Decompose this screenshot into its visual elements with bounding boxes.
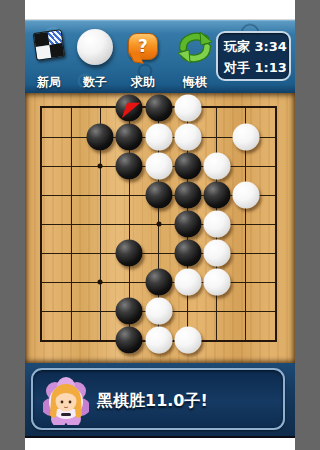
black-stone <box>174 240 201 267</box>
app-screen: 新局 数子 ? 求助 悔棋 玩家 3:34 <box>25 0 295 450</box>
white-stone <box>174 95 201 122</box>
ask-help-label: 求助 <box>121 74 165 91</box>
count-stones-button[interactable]: 数子 <box>73 29 117 91</box>
undo-move-label: 悔棋 <box>173 74 217 91</box>
undo-move-button[interactable]: 悔棋 <box>173 29 217 91</box>
clock-panel: 玩家 3:34 对手 1:13 <box>216 31 291 81</box>
black-stone <box>174 153 201 180</box>
player-time: 3:34 <box>255 39 287 54</box>
star-point <box>98 280 103 285</box>
grid-line-h <box>42 253 275 254</box>
go-board[interactable] <box>25 93 295 363</box>
black-stone <box>203 182 230 209</box>
ask-help-button[interactable]: ? 求助 <box>121 29 165 91</box>
undo-arrows-icon <box>176 29 214 65</box>
opponent-time: 1:13 <box>255 60 287 75</box>
new-game-label: 新局 <box>27 74 71 91</box>
bottom-strip <box>25 436 295 450</box>
question-bubble-icon: ? <box>128 33 158 60</box>
white-stone <box>145 124 172 151</box>
black-stone <box>116 327 143 354</box>
black-stone <box>174 182 201 209</box>
black-stone <box>174 211 201 238</box>
white-stone <box>232 124 259 151</box>
black-stone <box>116 95 143 122</box>
opponent-clock: 对手 1:13 <box>224 57 289 78</box>
white-stone <box>203 153 230 180</box>
white-stone-icon <box>77 29 113 65</box>
bottom-bar: 黑棋胜11.0子! <box>25 363 295 436</box>
white-stone <box>174 269 201 296</box>
princess-avatar <box>43 377 89 425</box>
last-move-marker <box>116 95 143 122</box>
black-stone <box>116 298 143 325</box>
checker-quadrant <box>49 43 64 58</box>
black-stone <box>145 269 172 296</box>
black-stone <box>145 182 172 209</box>
white-stone <box>145 153 172 180</box>
result-panel: 黑棋胜11.0子! <box>31 368 285 430</box>
white-stone <box>145 298 172 325</box>
white-stone <box>232 182 259 209</box>
result-message: 黑棋胜11.0子! <box>97 370 277 432</box>
white-stone <box>145 327 172 354</box>
white-stone <box>174 327 201 354</box>
black-stone <box>116 240 143 267</box>
star-point <box>156 222 161 227</box>
white-stone <box>203 269 230 296</box>
player-clock: 玩家 3:34 <box>224 36 289 57</box>
status-strip <box>25 0 295 20</box>
black-stone <box>116 153 143 180</box>
white-stone <box>203 240 230 267</box>
white-stone <box>203 211 230 238</box>
new-game-button[interactable]: 新局 <box>27 29 71 91</box>
black-stone <box>145 95 172 122</box>
black-stone <box>87 124 114 151</box>
toolbar: 新局 数子 ? 求助 悔棋 玩家 3:34 <box>25 20 295 93</box>
count-stones-label: 数子 <box>73 74 117 91</box>
new-game-board-icon <box>33 29 66 61</box>
white-stone <box>174 124 201 151</box>
star-point <box>98 164 103 169</box>
black-stone <box>116 124 143 151</box>
